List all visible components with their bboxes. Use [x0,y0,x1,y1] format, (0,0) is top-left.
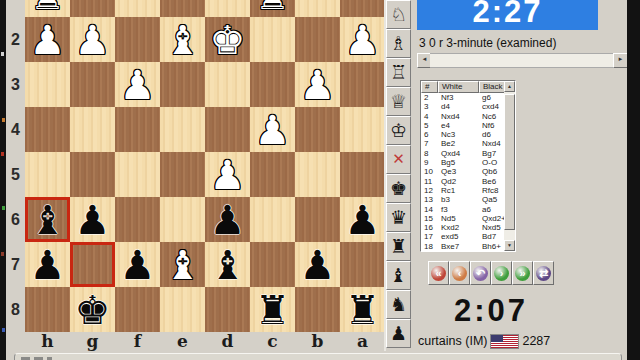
rank-label-7: 7 [6,242,25,287]
square-d7[interactable]: ♝ [205,242,250,287]
move-row-10[interactable]: 10Qe3Qb6 [421,167,505,176]
col-white: White [438,81,479,93]
square-h5[interactable] [25,152,70,197]
square-d3[interactable] [205,62,250,107]
move-row-5[interactable]: 5e4Nf6 [421,121,505,130]
history-scrollbar[interactable]: ◄ ► [417,53,628,66]
rank-label-3: 3 [6,62,25,107]
square-a6[interactable]: ♟ [340,197,385,242]
move-rows[interactable]: 2Nf3g63d4cxd44Nxd4Nc65e4Nf66Nc3d67Be2Nxd… [421,93,505,251]
black-bishop-icon[interactable]: ♝ [386,261,411,290]
nav-buttons: «‹↶›»⇄ [428,261,554,283]
move-row-2[interactable]: 2Nf3g6 [421,93,505,102]
square-e3[interactable] [160,62,205,107]
move-row-16[interactable]: 16Kxd2Nxd5 [421,223,505,232]
square-d6[interactable]: ♟ [205,197,250,242]
white-king-icon[interactable]: ♔ [386,116,411,145]
square-f1[interactable] [115,0,160,17]
player-rating: 2287 [522,334,550,348]
square-g7[interactable] [70,242,115,287]
square-a1[interactable] [340,0,385,17]
step-back-button[interactable]: ‹ [449,261,470,285]
move-row-18[interactable]: 18Bxe7Bh6+ [421,242,505,251]
go-start-button-icon: « [431,266,446,281]
move-row-13[interactable]: 13b3Qa5 [421,195,505,204]
desktop-edge-left [0,0,6,360]
file-label-f: f [115,332,160,352]
file-label-e: e [160,332,205,352]
square-e1[interactable] [160,0,205,17]
square-a4[interactable] [340,107,385,152]
white-p-piece[interactable]: ♟ [25,17,70,62]
flip-button[interactable]: ⇄ [533,261,554,285]
move-row-12[interactable]: 12Rc1Rfc8 [421,186,505,195]
move-row-6[interactable]: 6Nc3d6 [421,130,505,139]
white-knight-icon[interactable]: ♘ [386,0,411,29]
square-f4[interactable] [115,107,160,152]
file-label-d: d [205,332,250,352]
go-start-button[interactable]: « [428,261,449,285]
black-p-piece[interactable]: ♟ [340,197,385,242]
square-f6[interactable] [115,197,160,242]
square-a5[interactable] [340,152,385,197]
file-label-h: h [25,332,70,352]
square-b7[interactable]: ♟ [295,242,340,287]
white-rook-icon[interactable]: ♖ [386,58,411,87]
square-b3[interactable]: ♟ [295,62,340,107]
square-e5[interactable] [160,152,205,197]
black-p-piece[interactable]: ♟ [205,197,250,242]
square-a7[interactable] [340,242,385,287]
background-window-top [0,351,640,360]
file-label-g: g [70,332,115,352]
go-end-button-icon: » [515,266,530,281]
square-d1[interactable] [205,0,250,17]
black-rook-icon[interactable]: ♜ [386,232,411,261]
move-list-header: # White Black [421,81,505,93]
rank-label-4: 4 [6,107,25,152]
scrollbar-thumb[interactable] [504,94,515,230]
file-label-c: c [250,332,295,352]
black-p-piece[interactable]: ♟ [115,242,160,287]
scroll-right-icon[interactable]: ► [613,53,628,68]
black-p-piece[interactable]: ♟ [70,197,115,242]
move-row-8[interactable]: 8Qxd4Bg7 [421,149,505,158]
app-window: 12345678 ♜♜♟♟♝♚♟♟♟♟♟♝♟♟♟♟♟♝♝♟♚♜♜ hgfedcb… [0,0,640,360]
black-queen-icon[interactable]: ♛ [386,203,411,232]
step-back-button-icon: ‹ [452,266,467,281]
history-scrollbar-track[interactable] [430,53,615,68]
white-p-piece[interactable]: ♟ [115,62,160,107]
move-row-17[interactable]: 17exd5Bd7 [421,232,505,241]
move-row-9[interactable]: 9Bg5O-O [421,158,505,167]
square-a2[interactable]: ♟ [340,17,385,62]
square-h4[interactable] [25,107,70,152]
move-list-scrollbar[interactable]: ▲ ▼ [504,81,515,251]
move-row-15[interactable]: 15Nd5Qxd2+ [421,214,505,223]
square-b1[interactable] [295,0,340,17]
rank-labels: 12345678 [6,0,25,352]
square-g6[interactable]: ♟ [70,197,115,242]
scroll-up-icon[interactable]: ▲ [504,81,515,92]
square-f8[interactable] [115,287,160,332]
white-r-piece[interactable]: ♜ [250,0,295,17]
white-b-piece[interactable]: ♝ [160,242,205,287]
square-b5[interactable] [295,152,340,197]
square-g2[interactable]: ♟ [70,17,115,62]
square-c4[interactable]: ♟ [250,107,295,152]
rank-label-5: 5 [6,152,25,197]
square-c5[interactable] [250,152,295,197]
black-pawn-icon[interactable]: ♟ [386,319,411,348]
file-label-b: b [295,332,340,352]
square-h2[interactable]: ♟ [25,17,70,62]
black-p-piece[interactable]: ♟ [295,242,340,287]
background-window-titlebar[interactable] [14,353,622,360]
move-row-14[interactable]: 14f3a6 [421,205,505,214]
square-f7[interactable]: ♟ [115,242,160,287]
revert-button[interactable]: ↶ [470,261,491,285]
step-forward-button-icon: › [494,266,509,281]
move-list[interactable]: # White Black 2Nf3g63d4cxd44Nxd4Nc65e4Nf… [420,80,516,252]
square-a8[interactable]: ♜ [340,287,385,332]
square-e7[interactable]: ♝ [160,242,205,287]
move-row-3[interactable]: 3d4cxd4 [421,102,505,111]
square-c6[interactable] [250,197,295,242]
square-d4[interactable] [205,107,250,152]
black-r-piece[interactable]: ♜ [250,287,295,332]
flip-button-icon: ⇄ [536,266,551,281]
square-f3[interactable]: ♟ [115,62,160,107]
square-h7[interactable]: ♟ [25,242,70,287]
square-b4[interactable] [295,107,340,152]
black-clock: 2:07 [416,293,566,329]
white-p-piece[interactable]: ♟ [70,17,115,62]
desktop-edge-right [627,0,640,360]
rank-label-8: 8 [6,287,25,332]
square-g1[interactable] [70,0,115,17]
revert-button-icon: ↶ [473,266,488,281]
game-info: 3 0 r 3-minute (examined) [419,36,624,52]
white-b-piece[interactable]: ♝ [160,17,205,62]
col-black: Black [479,81,505,93]
square-d5[interactable]: ♟ [205,152,250,197]
black-knight-icon[interactable]: ♞ [386,290,411,319]
white-r-piece[interactable]: ♜ [25,0,70,17]
square-h1[interactable]: ♜ [25,0,70,17]
black-p-piece[interactable]: ♟ [25,242,70,287]
square-e6[interactable] [160,197,205,242]
square-b2[interactable] [295,17,340,62]
move-row-7[interactable]: 7Be2Nxd4 [421,139,505,148]
rank-label-2: 2 [6,17,25,62]
white-k-piece[interactable]: ♚ [205,17,250,62]
square-h8[interactable] [25,287,70,332]
square-a3[interactable] [340,62,385,107]
square-e8[interactable] [160,287,205,332]
rank-label-1: 1 [6,0,25,17]
square-g4[interactable] [70,107,115,152]
delete-piece-icon[interactable]: ✕ [386,145,411,174]
white-queen-icon[interactable]: ♕ [386,87,411,116]
square-h3[interactable] [25,62,70,107]
game-panel: ♘♗♖♕♔✕♚♛♜♝♞♟ 2:27 3 0 r 3-minute (examin… [386,0,627,352]
move-row-4[interactable]: 4Nxd4Nc6 [421,112,505,121]
square-e4[interactable] [160,107,205,152]
square-f2[interactable] [115,17,160,62]
white-p-piece[interactable]: ♟ [205,152,250,197]
black-king-icon[interactable]: ♚ [386,174,411,203]
chess-board[interactable]: ♜♜♟♟♝♚♟♟♟♟♟♝♟♟♟♟♟♝♝♟♚♜♜ [25,0,385,332]
square-d2[interactable]: ♚ [205,17,250,62]
us-flag-icon [490,334,519,349]
scroll-down-icon[interactable]: ▼ [504,240,515,251]
white-p-piece[interactable]: ♟ [295,62,340,107]
square-e2[interactable]: ♝ [160,17,205,62]
white-clock: 2:27 [417,0,598,30]
square-g5[interactable] [70,152,115,197]
square-c1[interactable]: ♜ [250,0,295,17]
player-name: curtains (IM) [418,334,487,348]
file-labels: hgfedcba [25,332,385,352]
black-b-piece[interactable]: ♝ [25,197,70,242]
white-p-piece[interactable]: ♟ [340,17,385,62]
go-end-button[interactable]: » [512,261,533,285]
square-d8[interactable] [205,287,250,332]
black-b-piece[interactable]: ♝ [205,242,250,287]
white-bishop-icon[interactable]: ♗ [386,29,411,58]
step-forward-button[interactable]: › [491,261,512,285]
piece-palette: ♘♗♖♕♔✕♚♛♜♝♞♟ [386,0,411,348]
white-p-piece[interactable]: ♟ [250,107,295,152]
square-c2[interactable] [250,17,295,62]
black-k-piece[interactable]: ♚ [70,287,115,332]
square-c3[interactable] [250,62,295,107]
square-b8[interactable] [295,287,340,332]
square-c8[interactable]: ♜ [250,287,295,332]
file-label-a: a [340,332,385,352]
col-number: # [421,81,438,93]
square-f5[interactable] [115,152,160,197]
rank-label-6: 6 [6,197,25,242]
player-line: curtains (IM) 2287 [418,333,550,349]
move-row-11[interactable]: 11Qd2Be6 [421,177,505,186]
square-c7[interactable] [250,242,295,287]
white-clock-time: 2:27 [417,0,598,30]
square-b6[interactable] [295,197,340,242]
square-h6[interactable]: ♝ [25,197,70,242]
black-r-piece[interactable]: ♜ [340,287,385,332]
square-g8[interactable]: ♚ [70,287,115,332]
square-g3[interactable] [70,62,115,107]
